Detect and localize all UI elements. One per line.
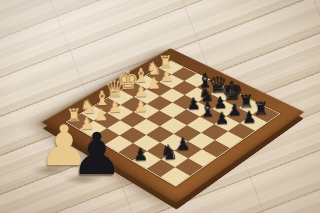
board-rotation-wrap: ♜♝♛♚♜♜♞♟♞♟♟♟♝♟♟♝♟♚♟♛♟♝♟♟♞♟♞♜♟♟ — [0, 0, 320, 213]
square-h7: ♟ — [240, 115, 267, 131]
white-knight: ♞ — [80, 97, 98, 117]
chess-photo-scene: ♜♝♛♚♜♜♞♟♞♟♟♟♝♟♟♝♟♚♟♛♟♝♟♟♞♟♞♜♟♟ ♟ ♟ — [0, 0, 320, 213]
white-bishop: ♝ — [93, 88, 111, 108]
white-rook: ♜ — [66, 106, 83, 125]
board-3d-wrap: ♜♝♛♚♜♜♞♟♞♟♟♟♝♟♟♝♟♚♟♛♟♝♟♟♞♟♞♜♟♟ — [42, 48, 305, 203]
square-h6 — [228, 123, 255, 139]
chessboard: ♜♝♛♚♜♜♞♟♞♟♟♟♝♟♟♝♟♚♟♛♟♝♟♟♞♟♞♜♟♟ — [42, 48, 305, 203]
board-grid: ♜♝♛♚♜♜♞♟♞♟♟♟♝♟♟♝♟♚♟♛♟♝♟♟♞♟♞♜♟♟ — [66, 60, 281, 186]
white-rook: ♜ — [158, 53, 174, 70]
square-c1 — [92, 128, 119, 144]
